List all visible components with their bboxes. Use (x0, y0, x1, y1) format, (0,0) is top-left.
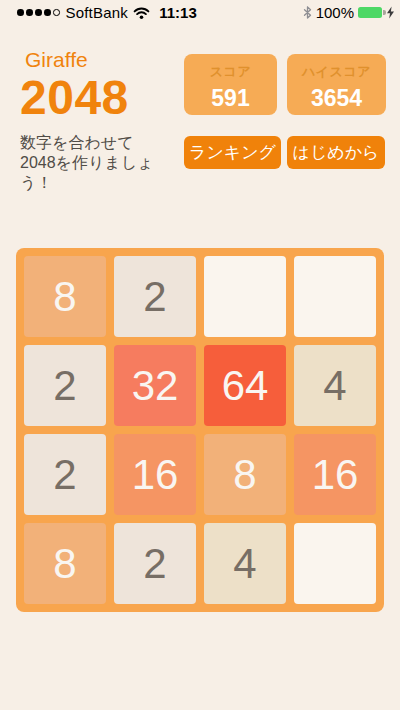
bluetooth-icon (303, 6, 312, 19)
score-label: スコア (184, 63, 277, 81)
tagline-line2: 2048を作りましょう！ (20, 153, 180, 193)
carrier-label: SoftBank (66, 4, 128, 21)
signal-dot (26, 9, 33, 16)
app-screen: SoftBank 11:13 100% Giraffe 2048 数字を合わせて… (0, 0, 400, 710)
restart-button[interactable]: はじめから (287, 136, 385, 169)
tile-2: 2 (114, 256, 196, 337)
battery-percent: 100% (316, 4, 354, 21)
tile-8: 8 (204, 434, 286, 515)
score-box: スコア 591 (184, 54, 277, 115)
tile-2: 2 (24, 434, 106, 515)
tile-2: 2 (114, 523, 196, 604)
wifi-icon (133, 7, 150, 19)
highscore-label: ハイスコア (287, 63, 386, 81)
highscore-value: 3654 (287, 85, 386, 112)
cell-signal-icon (17, 9, 60, 16)
highscore-box: ハイスコア 3654 (287, 54, 386, 115)
empty-cell (294, 256, 376, 337)
status-bar: SoftBank 11:13 100% (0, 0, 400, 25)
tagline: 数字を合わせて 2048を作りましょう！ (20, 133, 180, 193)
title-block: Giraffe 2048 数字を合わせて 2048を作りましょう！ (20, 48, 180, 193)
app-name: Giraffe (25, 48, 180, 72)
tile-64: 64 (204, 345, 286, 426)
signal-dot-empty (53, 9, 60, 16)
app-title: 2048 (20, 72, 180, 124)
signal-dot (35, 9, 42, 16)
empty-cell (294, 523, 376, 604)
battery-icon (358, 7, 382, 18)
status-time: 11:13 (159, 0, 197, 25)
tagline-line1: 数字を合わせて (20, 133, 180, 153)
charging-bolt-icon (386, 6, 395, 19)
tile-4: 4 (294, 345, 376, 426)
ranking-button[interactable]: ランキング (184, 136, 281, 169)
signal-dot (17, 9, 24, 16)
tile-4: 4 (204, 523, 286, 604)
status-left: SoftBank (17, 0, 150, 25)
tile-32: 32 (114, 345, 196, 426)
tile-8: 8 (24, 256, 106, 337)
signal-dot (44, 9, 51, 16)
game-board[interactable]: 82232644216816824 (16, 248, 384, 612)
tile-8: 8 (24, 523, 106, 604)
status-right: 100% (303, 0, 395, 25)
empty-cell (204, 256, 286, 337)
tile-16: 16 (114, 434, 196, 515)
tile-2: 2 (24, 345, 106, 426)
score-value: 591 (184, 85, 277, 112)
tile-16: 16 (294, 434, 376, 515)
